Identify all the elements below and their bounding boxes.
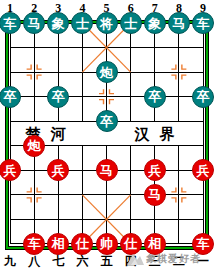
black-chariot-piece[interactable]: 车 [0, 12, 21, 34]
black-soldier-piece[interactable]: 卒 [47, 86, 69, 108]
watermark: 象棋爱好者 [125, 250, 201, 267]
black-horse-piece[interactable]: 马 [168, 12, 190, 34]
red-horse-piece[interactable]: 马 [96, 159, 118, 181]
file-label-bottom-3: 七 [48, 253, 68, 270]
black-soldier-piece[interactable]: 卒 [96, 110, 118, 132]
black-general-piece[interactable]: 将 [96, 12, 118, 34]
watermark-logo-icon [125, 251, 145, 267]
file-label-bottom-4: 六 [72, 253, 92, 270]
river-char: 汉 [133, 125, 151, 143]
black-elephant-piece[interactable]: 象 [144, 12, 166, 34]
file-label-bottom-1: 九 [0, 253, 20, 270]
file-label-bottom-2: 八 [24, 253, 44, 270]
river-char: 河 [49, 125, 67, 143]
black-soldier-piece[interactable]: 卒 [144, 86, 166, 108]
red-soldier-piece[interactable]: 兵 [144, 159, 166, 181]
black-chariot-piece[interactable]: 车 [192, 12, 214, 34]
red-cannon-piece[interactable]: 炮 [23, 135, 45, 157]
xiangqi-board: 123456789 九八七六五四三二一 楚河汉界 车马象士将士象马车炮卒卒卒卒卒… [0, 0, 216, 270]
file-label-bottom-5: 五 [97, 253, 117, 270]
black-cannon-piece[interactable]: 炮 [96, 61, 118, 83]
watermark-text: 象棋爱好者 [146, 252, 201, 266]
red-chariot-piece[interactable]: 车 [23, 233, 45, 255]
red-general-piece[interactable]: 帅 [96, 233, 118, 255]
black-horse-piece[interactable]: 马 [23, 12, 45, 34]
river-char: 界 [158, 125, 176, 143]
black-soldier-piece[interactable]: 卒 [0, 86, 21, 108]
black-advisor-piece[interactable]: 士 [120, 12, 142, 34]
red-horse-piece[interactable]: 马 [144, 184, 166, 206]
black-soldier-piece[interactable]: 卒 [192, 86, 214, 108]
